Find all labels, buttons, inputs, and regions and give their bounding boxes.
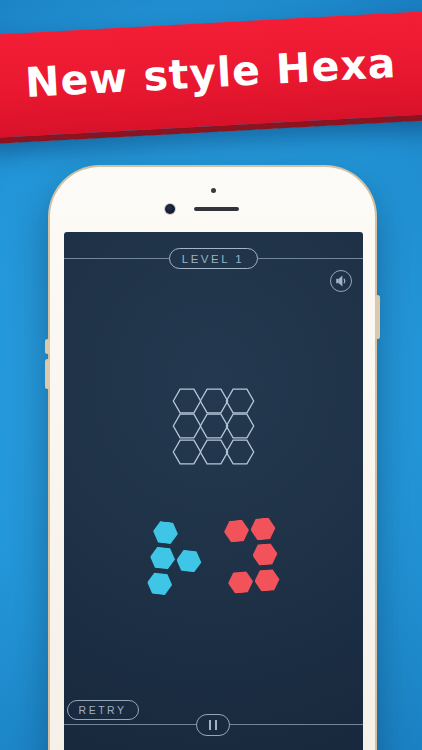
board-cell[interactable]	[174, 388, 201, 414]
piece-red[interactable]	[223, 517, 280, 594]
piece-hex	[175, 549, 202, 573]
speaker-icon	[333, 273, 349, 289]
front-camera	[165, 204, 175, 214]
power-button	[375, 295, 380, 339]
header-line-right	[258, 258, 363, 259]
level-header: LEVEL 1	[64, 248, 363, 269]
level-badge: LEVEL 1	[169, 248, 258, 269]
board-cell[interactable]	[227, 439, 254, 465]
piece-hex	[152, 520, 179, 544]
piece-hex	[227, 571, 254, 595]
board-cell[interactable]	[201, 388, 228, 414]
board-cell[interactable]	[201, 439, 228, 465]
piece-hex	[146, 571, 173, 595]
earpiece-speaker	[194, 207, 239, 211]
board-cell[interactable]	[227, 388, 254, 414]
promo-title: New style Hexa	[24, 39, 397, 107]
piece-hex	[149, 546, 176, 570]
piece-hex	[223, 519, 250, 543]
piece-cyan[interactable]	[146, 520, 205, 599]
piece-hex	[250, 517, 277, 541]
board-cell[interactable]	[201, 414, 228, 440]
footer-line-left	[64, 724, 197, 725]
sound-toggle-button[interactable]	[330, 270, 352, 292]
footer-line-right	[230, 724, 363, 725]
phone-mockup: LEVEL 1 RETRY	[48, 165, 377, 750]
game-screen: LEVEL 1 RETRY	[64, 232, 363, 750]
piece-hex	[254, 568, 281, 592]
board-cell[interactable]	[174, 414, 201, 440]
pause-icon	[209, 720, 211, 730]
board-cell[interactable]	[227, 414, 254, 440]
promo-ribbon: New style Hexa	[0, 11, 422, 145]
piece-hex	[252, 543, 279, 567]
pause-icon	[215, 720, 217, 730]
pause-footer	[64, 714, 363, 736]
mute-switch	[45, 339, 50, 354]
board-grid	[174, 388, 254, 465]
level-label: LEVEL 1	[182, 253, 244, 265]
board-cell[interactable]	[174, 439, 201, 465]
pause-button[interactable]	[196, 714, 230, 736]
header-line-left	[64, 258, 169, 259]
proximity-sensor	[211, 188, 216, 193]
volume-button	[45, 359, 50, 389]
